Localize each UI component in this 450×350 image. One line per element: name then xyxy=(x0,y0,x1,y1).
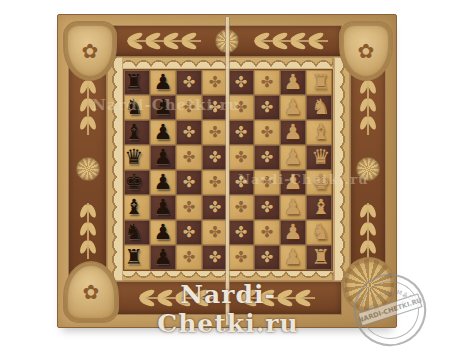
board-square: ♝ xyxy=(124,195,150,220)
board-square: ♟ xyxy=(280,95,306,120)
board-square: ✤ xyxy=(254,220,280,245)
laurel-branch-ornament xyxy=(252,31,330,51)
piece-black-pawn: ♟ xyxy=(154,72,173,93)
scallop-border-left xyxy=(107,57,123,281)
board-square: ♚ xyxy=(124,170,150,195)
piece-white-queen: ♛ xyxy=(312,147,331,168)
piece-black-king: ♚ xyxy=(125,172,144,193)
board-square: ✤ xyxy=(254,120,280,145)
handmade-stamp: 100% HANDMADE НАРДЫ-ЧЕТКИ NARDI-CHETKI.R… xyxy=(352,272,428,348)
quatrefoil-ornament: ✤ xyxy=(209,150,222,165)
quatrefoil-ornament: ✤ xyxy=(183,175,196,190)
piece-black-pawn: ♟ xyxy=(154,122,173,143)
piece-black-bishop: ♝ xyxy=(125,122,144,143)
scallop-border-right xyxy=(334,57,350,281)
quatrefoil-ornament: ✤ xyxy=(183,200,196,215)
quatrefoil-ornament: ✤ xyxy=(261,250,274,265)
board-square: ✤ xyxy=(176,70,202,95)
board-square: ♜ xyxy=(124,70,150,95)
board-square: ✤ xyxy=(254,70,280,95)
board-square: ♟ xyxy=(150,145,176,170)
quatrefoil-ornament: ✤ xyxy=(209,125,222,140)
quatrefoil-ornament: ✤ xyxy=(183,75,196,90)
board-square: ♟ xyxy=(280,120,306,145)
board-square: ♝ xyxy=(306,120,332,145)
quatrefoil-ornament: ✤ xyxy=(235,225,248,240)
board-square: ♜ xyxy=(124,245,150,270)
crest-flower-icon: ✿ xyxy=(83,282,100,302)
rosette-medallion xyxy=(76,157,100,181)
board-square: ✤ xyxy=(176,170,202,195)
quatrefoil-ornament: ✤ xyxy=(235,75,248,90)
piece-black-pawn: ♟ xyxy=(154,247,173,268)
quatrefoil-ornament: ✤ xyxy=(183,250,196,265)
board-square: ✤ xyxy=(176,195,202,220)
piece-white-pawn: ♟ xyxy=(284,197,303,218)
board-square: ✤ xyxy=(176,120,202,145)
board-square: ✤ xyxy=(176,245,202,270)
quatrefoil-ornament: ✤ xyxy=(235,125,248,140)
piece-white-pawn: ♟ xyxy=(284,247,303,268)
board-square: ✤ xyxy=(228,245,254,270)
board-square: ♟ xyxy=(150,220,176,245)
piece-black-pawn: ♟ xyxy=(154,147,173,168)
piece-white-rook: ♜ xyxy=(312,72,331,93)
board-square: ✤ xyxy=(228,120,254,145)
piece-white-rook: ♜ xyxy=(312,247,331,268)
quatrefoil-ornament: ✤ xyxy=(209,250,222,265)
board-square: ♛ xyxy=(306,145,332,170)
leaf-cluster-ornament xyxy=(78,201,98,261)
board-square: ♛ xyxy=(124,145,150,170)
crest-flower-icon: ✿ xyxy=(358,41,375,61)
board-square: ✤ xyxy=(176,145,202,170)
quatrefoil-ornament: ✤ xyxy=(261,100,274,115)
piece-black-rook: ♜ xyxy=(125,247,144,268)
board-square: ✤ xyxy=(228,220,254,245)
piece-white-pawn: ♟ xyxy=(284,147,303,168)
board-square: ♟ xyxy=(280,70,306,95)
carved-left-band xyxy=(68,57,107,281)
board-square: ♞ xyxy=(306,220,332,245)
board-square: ♝ xyxy=(124,120,150,145)
board-square: ✤ xyxy=(254,195,280,220)
faint-watermark: Nardi-Chetki.ru xyxy=(238,172,368,187)
piece-black-rook: ♜ xyxy=(125,72,144,93)
piece-black-knight: ♞ xyxy=(125,222,144,243)
piece-white-bishop: ♝ xyxy=(312,197,331,218)
board-square: ♟ xyxy=(280,245,306,270)
board-square: ♟ xyxy=(150,70,176,95)
quatrefoil-ornament: ✤ xyxy=(235,250,248,265)
board-square: ✤ xyxy=(254,145,280,170)
hinge-seam xyxy=(225,17,230,325)
piece-white-knight: ♞ xyxy=(312,97,331,118)
carved-right-band xyxy=(350,57,386,281)
quatrefoil-ornament: ✤ xyxy=(209,175,222,190)
quatrefoil-ornament: ✤ xyxy=(209,75,222,90)
board-square: ✤ xyxy=(228,195,254,220)
piece-white-pawn: ♟ xyxy=(284,97,303,118)
board-square: ✤ xyxy=(254,245,280,270)
leaf-cluster-ornament xyxy=(358,77,378,137)
quatrefoil-ornament: ✤ xyxy=(261,200,274,215)
quatrefoil-ornament: ✤ xyxy=(235,150,248,165)
board-square: ♟ xyxy=(150,195,176,220)
board-square: ♜ xyxy=(306,245,332,270)
piece-black-queen: ♛ xyxy=(125,147,144,168)
quatrefoil-ornament: ✤ xyxy=(261,125,274,140)
faint-watermark: Nardi-Chetki.ru xyxy=(92,96,240,114)
watermark-text: Nardi-Chetki.ru xyxy=(110,280,346,338)
piece-white-pawn: ♟ xyxy=(284,122,303,143)
piece-white-pawn: ♟ xyxy=(284,72,303,93)
board-square: ♟ xyxy=(150,245,176,270)
piece-black-pawn: ♟ xyxy=(154,197,173,218)
quatrefoil-ornament: ✤ xyxy=(183,125,196,140)
board-square: ✤ xyxy=(228,145,254,170)
board-square: ♟ xyxy=(150,170,176,195)
quatrefoil-ornament: ✤ xyxy=(183,150,196,165)
piece-white-bishop: ♝ xyxy=(312,122,331,143)
board-square: ♝ xyxy=(306,195,332,220)
quatrefoil-ornament: ✤ xyxy=(261,150,274,165)
quatrefoil-ornament: ✤ xyxy=(183,225,196,240)
board-square: ♟ xyxy=(150,120,176,145)
quatrefoil-ornament: ✤ xyxy=(261,225,274,240)
quatrefoil-ornament: ✤ xyxy=(209,225,222,240)
board-square: ✤ xyxy=(228,70,254,95)
product-photo: ✿ ✿ ✿ ♜♟✤✤✤✤♟♜♞♟✤✤✤✤♟♞♝♟✤✤✤✤♟♝♛♟✤✤✤✤♟♛♚♟… xyxy=(0,0,450,350)
board-square: ♟ xyxy=(280,195,306,220)
crest-flower-icon: ✿ xyxy=(82,41,99,61)
board-square: ✤ xyxy=(176,220,202,245)
piece-white-pawn: ♟ xyxy=(284,222,303,243)
board-square: ♞ xyxy=(124,220,150,245)
board-square: ✤ xyxy=(254,95,280,120)
board-square: ♜ xyxy=(306,70,332,95)
quatrefoil-ornament: ✤ xyxy=(209,200,222,215)
board-square: ♟ xyxy=(280,220,306,245)
leaf-cluster-ornament xyxy=(358,201,378,261)
piece-black-pawn: ♟ xyxy=(154,222,173,243)
piece-white-knight: ♞ xyxy=(312,222,331,243)
piece-black-bishop: ♝ xyxy=(125,197,144,218)
board-square: ♟ xyxy=(280,145,306,170)
quatrefoil-ornament: ✤ xyxy=(235,200,248,215)
laurel-branch-ornament xyxy=(125,31,203,51)
board-square: ♞ xyxy=(306,95,332,120)
quatrefoil-ornament: ✤ xyxy=(261,75,274,90)
piece-black-pawn: ♟ xyxy=(154,172,173,193)
